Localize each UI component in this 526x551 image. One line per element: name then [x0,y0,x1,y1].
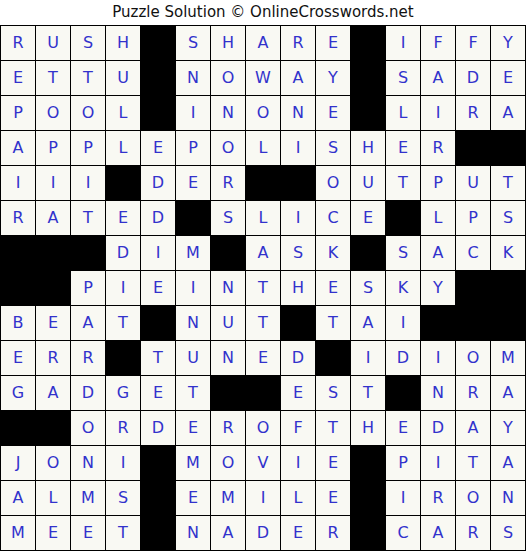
letter-cell-r7c12: S [386,236,420,270]
letter-cell-r3c7: N [211,96,245,130]
letter-cell-r8c3: P [71,271,105,305]
letter-cell-r3c10: E [316,96,350,130]
letter-cell-r8c8: T [246,271,280,305]
letter-cell-r4c13: R [421,131,455,165]
block-cell-r6c6 [176,201,210,235]
letter-cell-r9c4: T [106,306,140,340]
block-cell-r9c15 [491,306,525,340]
letter-cell-r2c10: Y [316,61,350,95]
block-cell-r4c15 [491,131,525,165]
block-cell-r8c15 [491,271,525,305]
letter-cell-r4c6: P [176,131,210,165]
letter-cell-r14c15: N [491,481,525,515]
letter-cell-r1c6: S [176,26,210,60]
letter-cell-r14c8: I [246,481,280,515]
block-cell-r9c14 [456,306,490,340]
letter-cell-r13c15: A [491,446,525,480]
letter-cell-r13c6: M [176,446,210,480]
letter-cell-r5c13: P [421,166,455,200]
block-cell-r11c8 [246,376,280,410]
letter-cell-r2c1: E [1,61,35,95]
letter-cell-r15c13: A [421,516,455,550]
letter-cell-r3c3: O [71,96,105,130]
letter-cell-r15c3: E [71,516,105,550]
letter-cell-r10c6: U [176,341,210,375]
letter-cell-r6c14: P [456,201,490,235]
block-cell-r8c14 [456,271,490,305]
letter-cell-r11c10: S [316,376,350,410]
block-cell-r5c4 [106,166,140,200]
letter-cell-r12c15: Y [491,411,525,445]
block-cell-r11c12 [386,376,420,410]
letter-cell-r2c2: T [36,61,70,95]
letter-cell-r7c9: S [281,236,315,270]
letter-cell-r1c2: U [36,26,70,60]
letter-cell-r6c11: E [351,201,385,235]
letter-cell-r2c8: W [246,61,280,95]
letter-cell-r14c9: L [281,481,315,515]
letter-cell-r10c11: I [351,341,385,375]
letter-cell-r9c8: T [246,306,280,340]
letter-cell-r12c6: E [176,411,210,445]
letter-cell-r4c4: L [106,131,140,165]
letter-cell-r6c7: S [211,201,245,235]
letter-cell-r9c7: U [211,306,245,340]
letter-cell-r15c1: M [1,516,35,550]
letter-cell-r3c14: R [456,96,490,130]
letter-cell-r13c14: T [456,446,490,480]
letter-cell-r12c11: H [351,411,385,445]
letter-cell-r3c1: P [1,96,35,130]
letter-cell-r6c5: D [141,201,175,235]
letter-cell-r13c2: O [36,446,70,480]
letter-cell-r5c7: R [211,166,245,200]
letter-cell-r3c4: L [106,96,140,130]
letter-cell-r1c14: F [456,26,490,60]
letter-cell-r3c8: O [246,96,280,130]
letter-cell-r5c12: T [386,166,420,200]
letter-cell-r1c7: H [211,26,245,60]
letter-cell-r6c13: L [421,201,455,235]
letter-cell-r10c9: D [281,341,315,375]
letter-cell-r4c5: E [141,131,175,165]
letter-cell-r1c12: I [386,26,420,60]
letter-cell-r11c15: A [491,376,525,410]
letter-cell-r11c5: E [141,376,175,410]
letter-cell-r13c3: N [71,446,105,480]
letter-cell-r4c1: A [1,131,35,165]
block-cell-r13c5 [141,446,175,480]
letter-cell-r4c9: I [281,131,315,165]
letter-cell-r4c3: P [71,131,105,165]
letter-cell-r7c14: C [456,236,490,270]
letter-cell-r11c11: T [351,376,385,410]
letter-cell-r10c1: E [1,341,35,375]
letter-cell-r13c1: J [1,446,35,480]
letter-cell-r15c2: E [36,516,70,550]
letter-cell-r2c3: T [71,61,105,95]
block-cell-r14c11 [351,481,385,515]
letter-cell-r6c3: T [71,201,105,235]
letter-cell-r13c12: P [386,446,420,480]
letter-cell-r12c8: O [246,411,280,445]
letter-cell-r5c6: E [176,166,210,200]
letter-cell-r7c13: A [421,236,455,270]
puzzle-solution-page: Puzzle Solution © OnlineCrosswords.net R… [0,0,526,551]
letter-cell-r5c15: T [491,166,525,200]
letter-cell-r12c10: T [316,411,350,445]
block-cell-r12c1 [1,411,35,445]
letter-cell-r12c3: O [71,411,105,445]
letter-cell-r1c9: R [281,26,315,60]
letter-cell-r5c14: U [456,166,490,200]
letter-cell-r7c8: A [246,236,280,270]
letter-cell-r14c2: L [36,481,70,515]
letter-cell-r4c8: L [246,131,280,165]
letter-cell-r10c14: O [456,341,490,375]
letter-cell-r3c12: L [386,96,420,130]
letter-cell-r6c4: E [106,201,140,235]
letter-cell-r7c5: I [141,236,175,270]
letter-cell-r14c12: I [386,481,420,515]
block-cell-r5c9 [281,166,315,200]
letter-cell-r8c4: I [106,271,140,305]
letter-cell-r15c15: S [491,516,525,550]
letter-cell-r10c12: D [386,341,420,375]
block-cell-r9c5 [141,306,175,340]
letter-cell-r10c13: I [421,341,455,375]
letter-cell-r13c8: V [246,446,280,480]
letter-cell-r14c7: M [211,481,245,515]
letter-cell-r1c3: S [71,26,105,60]
block-cell-r9c9 [281,306,315,340]
letter-cell-r14c10: E [316,481,350,515]
letter-cell-r9c1: B [1,306,35,340]
letter-cell-r5c11: U [351,166,385,200]
letter-cell-r3c6: I [176,96,210,130]
letter-cell-r4c7: O [211,131,245,165]
block-cell-r6c12 [386,201,420,235]
letter-cell-r4c12: E [386,131,420,165]
block-cell-r3c5 [141,96,175,130]
letter-cell-r6c10: C [316,201,350,235]
letter-cell-r5c3: I [71,166,105,200]
letter-cell-r2c7: O [211,61,245,95]
letter-cell-r11c14: R [456,376,490,410]
letter-cell-r9c10: T [316,306,350,340]
letter-cell-r1c4: H [106,26,140,60]
block-cell-r10c10 [316,341,350,375]
letter-cell-r13c4: I [106,446,140,480]
letter-cell-r8c7: N [211,271,245,305]
letter-cell-r12c12: E [386,411,420,445]
block-cell-r8c1 [1,271,35,305]
letter-cell-r14c4: S [106,481,140,515]
block-cell-r12c2 [36,411,70,445]
letter-cell-r2c4: U [106,61,140,95]
letter-cell-r12c9: F [281,411,315,445]
letter-cell-r15c7: A [211,516,245,550]
letter-cell-r14c1: A [1,481,35,515]
letter-cell-r8c9: H [281,271,315,305]
letter-cell-r15c12: C [386,516,420,550]
letter-cell-r6c2: A [36,201,70,235]
letter-cell-r1c1: R [1,26,35,60]
block-cell-r15c11 [351,516,385,550]
block-cell-r1c5 [141,26,175,60]
letter-cell-r2c9: A [281,61,315,95]
block-cell-r14c5 [141,481,175,515]
block-cell-r2c5 [141,61,175,95]
letter-cell-r9c3: A [71,306,105,340]
block-cell-r10c4 [106,341,140,375]
letter-cell-r5c5: D [141,166,175,200]
letter-cell-r2c6: N [176,61,210,95]
block-cell-r4c14 [456,131,490,165]
letter-cell-r11c13: N [421,376,455,410]
letter-cell-r15c14: R [456,516,490,550]
letter-cell-r2c14: D [456,61,490,95]
letter-cell-r10c15: M [491,341,525,375]
letter-cell-r8c12: K [386,271,420,305]
letter-cell-r10c7: N [211,341,245,375]
letter-cell-r5c10: O [316,166,350,200]
block-cell-r8c2 [36,271,70,305]
letter-cell-r10c3: R [71,341,105,375]
letter-cell-r5c1: I [1,166,35,200]
letter-cell-r11c4: G [106,376,140,410]
letter-cell-r8c6: I [176,271,210,305]
letter-cell-r13c13: I [421,446,455,480]
letter-cell-r8c13: Y [421,271,455,305]
letter-cell-r12c4: R [106,411,140,445]
block-cell-r13c11 [351,446,385,480]
letter-cell-r12c13: D [421,411,455,445]
letter-cell-r13c9: I [281,446,315,480]
letter-cell-r11c6: T [176,376,210,410]
letter-cell-r14c3: M [71,481,105,515]
letter-cell-r15c6: N [176,516,210,550]
letter-cell-r8c10: E [316,271,350,305]
letter-cell-r15c10: R [316,516,350,550]
letter-cell-r9c11: A [351,306,385,340]
letter-cell-r3c13: I [421,96,455,130]
letter-cell-r11c1: G [1,376,35,410]
letter-cell-r4c11: H [351,131,385,165]
block-cell-r7c1 [1,236,35,270]
letter-cell-r12c5: D [141,411,175,445]
letter-cell-r6c15: S [491,201,525,235]
block-cell-r3c11 [351,96,385,130]
block-cell-r11c7 [211,376,245,410]
crossword-grid: RUSHSHAREIFFYETTUNOWAYSADEPOOLINONELIRAA… [0,25,526,551]
letter-cell-r6c8: L [246,201,280,235]
letter-cell-r15c4: T [106,516,140,550]
letter-cell-r11c9: E [281,376,315,410]
letter-cell-r3c15: A [491,96,525,130]
page-title: Puzzle Solution © OnlineCrosswords.net [0,0,526,25]
block-cell-r15c5 [141,516,175,550]
letter-cell-r12c7: R [211,411,245,445]
letter-cell-r14c13: R [421,481,455,515]
letter-cell-r6c1: R [1,201,35,235]
letter-cell-r1c10: E [316,26,350,60]
letter-cell-r10c8: E [246,341,280,375]
letter-cell-r8c11: S [351,271,385,305]
letter-cell-r14c6: E [176,481,210,515]
letter-cell-r5c2: I [36,166,70,200]
letter-cell-r1c8: A [246,26,280,60]
letter-cell-r13c10: E [316,446,350,480]
letter-cell-r4c10: S [316,131,350,165]
letter-cell-r9c2: E [36,306,70,340]
letter-cell-r9c6: N [176,306,210,340]
letter-cell-r10c2: R [36,341,70,375]
letter-cell-r11c3: D [71,376,105,410]
letter-cell-r4c2: P [36,131,70,165]
block-cell-r7c2 [36,236,70,270]
letter-cell-r7c15: K [491,236,525,270]
block-cell-r2c11 [351,61,385,95]
letter-cell-r2c12: S [386,61,420,95]
letter-cell-r15c9: E [281,516,315,550]
letter-cell-r3c9: N [281,96,315,130]
letter-cell-r13c7: O [211,446,245,480]
letter-cell-r3c2: O [36,96,70,130]
block-cell-r9c13 [421,306,455,340]
letter-cell-r9c12: I [386,306,420,340]
block-cell-r5c8 [246,166,280,200]
letter-cell-r8c5: E [141,271,175,305]
letter-cell-r15c8: D [246,516,280,550]
block-cell-r7c11 [351,236,385,270]
letter-cell-r7c10: K [316,236,350,270]
block-cell-r7c7 [211,236,245,270]
letter-cell-r2c15: E [491,61,525,95]
block-cell-r1c11 [351,26,385,60]
letter-cell-r6c9: I [281,201,315,235]
letter-cell-r7c4: D [106,236,140,270]
letter-cell-r7c6: M [176,236,210,270]
letter-cell-r11c2: A [36,376,70,410]
block-cell-r7c3 [71,236,105,270]
letter-cell-r10c5: T [141,341,175,375]
letter-cell-r1c15: Y [491,26,525,60]
letter-cell-r12c14: A [456,411,490,445]
letter-cell-r2c13: A [421,61,455,95]
letter-cell-r1c13: F [421,26,455,60]
letter-cell-r14c14: O [456,481,490,515]
